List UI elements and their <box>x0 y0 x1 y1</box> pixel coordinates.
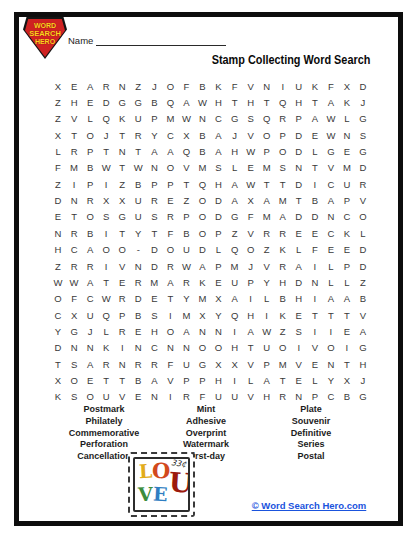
stamp-letter-u: U <box>168 468 190 497</box>
grid-cell: Y <box>210 307 226 323</box>
grid-cell: P <box>339 258 355 274</box>
grid-cell: V <box>355 192 371 208</box>
grid-cell: N <box>194 323 210 339</box>
grid-cell: Q <box>178 143 194 159</box>
grid-cell: V <box>243 356 259 372</box>
grid-cell: G <box>323 143 339 159</box>
grid-cell: O <box>162 78 178 94</box>
grid-cell: B <box>146 94 162 110</box>
grid-cell: U <box>227 389 243 405</box>
grid-cell: A <box>323 192 339 208</box>
grid-cell: N <box>146 389 162 405</box>
grid-cell: Y <box>130 225 146 241</box>
grid-cell: T <box>291 192 307 208</box>
grid-cell: T <box>98 274 114 290</box>
grid-cell: R <box>66 143 82 159</box>
grid-cell: S <box>98 209 114 225</box>
grid-cell: A <box>227 176 243 192</box>
grid-cell: H <box>259 389 275 405</box>
grid-cell: U <box>130 209 146 225</box>
grid-cell: W <box>243 176 259 192</box>
grid-cell: X <box>339 372 355 388</box>
grid-cell: O <box>210 340 226 356</box>
grid-cell: O <box>66 372 82 388</box>
grid-cell: U <box>130 111 146 127</box>
grid-cell: A <box>146 372 162 388</box>
grid-cell: R <box>114 291 130 307</box>
grid-cell: I <box>243 291 259 307</box>
grid-cell: I <box>307 323 323 339</box>
grid-cell: Y <box>178 291 194 307</box>
grid-cell: R <box>130 356 146 372</box>
grid-cell: P <box>146 176 162 192</box>
grid-cell: V <box>243 389 259 405</box>
grid-cell: Z <box>259 242 275 258</box>
grid-cell: I <box>275 78 291 94</box>
grid-cell: K <box>275 242 291 258</box>
grid-cell: M <box>178 307 194 323</box>
grid-cell: W <box>259 323 275 339</box>
grid-cell: H <box>210 94 226 110</box>
grid-cell: A <box>339 291 355 307</box>
grid-cell: V <box>66 111 82 127</box>
grid-cell: B <box>82 160 98 176</box>
grid-cell: G <box>355 111 371 127</box>
grid-cell: C <box>339 209 355 225</box>
grid-cell: I <box>339 340 355 356</box>
grid-cell: A <box>307 111 323 127</box>
grid-cell: X <box>114 192 130 208</box>
grid-cell: N <box>323 356 339 372</box>
grid-cell: O <box>82 127 98 143</box>
grid-cell: F <box>66 291 82 307</box>
grid-cell: A <box>146 143 162 159</box>
grid-cell: I <box>307 258 323 274</box>
grid-cell: Q <box>227 307 243 323</box>
grid-cell: J <box>82 323 98 339</box>
grid-cell: V <box>355 307 371 323</box>
grid-cell: L <box>355 225 371 241</box>
grid-cell: S <box>243 111 259 127</box>
grid-cell: E <box>307 225 323 241</box>
grid-cell: I <box>162 389 178 405</box>
grid-cell: C <box>50 307 66 323</box>
grid-cell: V <box>323 160 339 176</box>
grid-cell: E <box>291 372 307 388</box>
grid-cell: I <box>227 372 243 388</box>
grid-cell: Z <box>50 111 66 127</box>
grid-cell: S <box>146 307 162 323</box>
grid-cell: L <box>291 242 307 258</box>
grid-cell: G <box>130 94 146 110</box>
grid-cell: D <box>98 94 114 110</box>
grid-cell: I <box>98 258 114 274</box>
word-list-item: Plate <box>241 404 381 416</box>
grid-cell: C <box>323 176 339 192</box>
grid-cell: X <box>210 356 226 372</box>
grid-cell: A <box>323 94 339 110</box>
grid-cell: D <box>291 143 307 159</box>
grid-cell: K <box>210 78 226 94</box>
grid-cell: H <box>291 94 307 110</box>
grid-cell: R <box>66 258 82 274</box>
grid-cell: Z <box>275 323 291 339</box>
grid-cell: N <box>130 258 146 274</box>
grid-cell: A <box>227 291 243 307</box>
name-blank-line <box>96 35 226 46</box>
grid-cell: E <box>66 78 82 94</box>
grid-cell: P <box>114 307 130 323</box>
grid-cell: D <box>291 127 307 143</box>
grid-cell: K <box>50 389 66 405</box>
grid-cell: L <box>50 143 66 159</box>
grid-cell: T <box>114 160 130 176</box>
grid-cell: O <box>50 291 66 307</box>
grid-cell: K <box>114 111 130 127</box>
grid-cell: P <box>275 127 291 143</box>
grid-cell: W <box>194 94 210 110</box>
puzzle-title: Stamp Collecting Word Search <box>212 53 370 67</box>
word-search-hero-link[interactable]: © Word Search Hero.com <box>238 500 380 511</box>
grid-cell: X <box>178 127 194 143</box>
grid-cell: A <box>82 242 98 258</box>
grid-cell: T <box>114 127 130 143</box>
grid-cell: Q <box>98 111 114 127</box>
grid-cell: U <box>291 78 307 94</box>
grid-cell: Q <box>98 307 114 323</box>
grid-cell: S <box>146 209 162 225</box>
grid-cell: X <box>50 127 66 143</box>
grid-cell: H <box>275 274 291 290</box>
grid-cell: G <box>114 209 130 225</box>
grid-cell: R <box>259 225 275 241</box>
grid-cell: R <box>66 225 82 241</box>
grid-cell: V <box>291 356 307 372</box>
grid-cell: P <box>291 111 307 127</box>
grid-cell: I <box>162 307 178 323</box>
grid-cell: P <box>243 274 259 290</box>
grid-cell: F <box>243 209 259 225</box>
grid-cell: A <box>259 192 275 208</box>
grid-cell: E <box>114 274 130 290</box>
grid-cell: A <box>210 127 226 143</box>
grid-cell: J <box>146 78 162 94</box>
grid-cell: H <box>227 143 243 159</box>
grid-cell: W <box>50 274 66 290</box>
grid-cell: R <box>275 111 291 127</box>
grid-cell: A <box>82 356 98 372</box>
grid-cell: V <box>114 258 130 274</box>
grid-cell: V <box>162 372 178 388</box>
grid-cell: I <box>98 176 114 192</box>
grid-cell: A <box>323 291 339 307</box>
grid-cell: U <box>98 389 114 405</box>
grid-cell: B <box>194 78 210 94</box>
grid-cell: H <box>210 176 226 192</box>
grid-cell: H <box>227 340 243 356</box>
grid-cell: H <box>210 372 226 388</box>
grid-cell: G <box>66 323 82 339</box>
grid-cell: A <box>275 209 291 225</box>
grid-cell: O <box>194 340 210 356</box>
grid-cell: Y <box>146 127 162 143</box>
grid-cell: X <box>50 372 66 388</box>
grid-cell: R <box>130 274 146 290</box>
grid-cell: L <box>82 111 98 127</box>
grid-cell: N <box>210 323 226 339</box>
grid-cell: P <box>194 372 210 388</box>
grid-cell: R <box>178 274 194 290</box>
grid-cell: D <box>50 192 66 208</box>
grid-cell: F <box>307 242 323 258</box>
grid-cell: Y <box>323 372 339 388</box>
grid-cell: N <box>178 340 194 356</box>
grid-cell: O <box>323 340 339 356</box>
grid-cell: X <box>194 307 210 323</box>
grid-cell: K <box>339 225 355 241</box>
grid-cell: T <box>259 94 275 110</box>
grid-cell: C <box>162 127 178 143</box>
grid-cell: H <box>146 323 162 339</box>
grid-cell: J <box>355 372 371 388</box>
grid-cell: Z <box>50 258 66 274</box>
grid-cell: B <box>130 176 146 192</box>
grid-cell: D <box>355 78 371 94</box>
grid-cell: N <box>114 356 130 372</box>
grid-cell: O <box>98 242 114 258</box>
grid-cell: M <box>146 274 162 290</box>
grid-cell: T <box>323 307 339 323</box>
grid-cell: B <box>194 127 210 143</box>
grid-cell: E <box>339 143 355 159</box>
grid-cell: I <box>66 176 82 192</box>
grid-cell: D <box>146 258 162 274</box>
grid-cell: B <box>339 389 355 405</box>
grid-cell: A <box>243 323 259 339</box>
grid-cell: A <box>178 94 194 110</box>
grid-cell: N <box>66 192 82 208</box>
grid-cell: A <box>82 274 98 290</box>
grid-cell: P <box>259 143 275 159</box>
grid-cell: H <box>66 94 82 110</box>
grid-cell: Q <box>227 242 243 258</box>
grid-cell: B <box>178 225 194 241</box>
grid-cell: T <box>275 176 291 192</box>
grid-cell: K <box>194 274 210 290</box>
grid-cell: Y <box>50 323 66 339</box>
grid-cell: H <box>50 242 66 258</box>
grid-cell: E <box>130 323 146 339</box>
grid-cell: T <box>114 372 130 388</box>
grid-cell: M <box>259 160 275 176</box>
grid-cell: T <box>178 176 194 192</box>
word-list-column-3: PlateSouvenirDefinitiveSeriesPostal <box>241 404 381 463</box>
grid-cell: V <box>243 225 259 241</box>
grid-cell: X <box>50 78 66 94</box>
grid-cell: F <box>178 78 194 94</box>
grid-cell: A <box>210 143 226 159</box>
grid-cell: P <box>162 176 178 192</box>
grid-cell: S <box>275 160 291 176</box>
grid-cell: D <box>355 258 371 274</box>
grid-cell: C <box>146 340 162 356</box>
grid-cell: O <box>162 160 178 176</box>
grid-cell: N <box>291 160 307 176</box>
grid-cell: T <box>339 356 355 372</box>
grid-cell: T <box>227 94 243 110</box>
grid-cell: L <box>243 372 259 388</box>
grid-cell: E <box>210 274 226 290</box>
grid-cell: C <box>66 242 82 258</box>
grid-cell: W <box>130 160 146 176</box>
grid-cell: V <box>243 127 259 143</box>
grid-cell: R <box>162 209 178 225</box>
postage-stamp-illustration: L O 33¢ V E U <box>128 452 195 517</box>
grid-cell: P <box>210 258 226 274</box>
grid-cell: T <box>66 127 82 143</box>
grid-cell: J <box>227 127 243 143</box>
grid-cell: D <box>130 291 146 307</box>
grid-cell: E <box>339 323 355 339</box>
grid-cell: E <box>82 94 98 110</box>
grid-cell: R <box>275 258 291 274</box>
grid-cell: V <box>259 258 275 274</box>
grid-cell: Z <box>178 192 194 208</box>
logo-shield-icon: WORD SEARCH HERO <box>25 19 65 57</box>
grid-cell: O <box>82 209 98 225</box>
grid-cell: B <box>275 291 291 307</box>
grid-cell: A <box>162 274 178 290</box>
grid-cell: A <box>82 78 98 94</box>
grid-cell: O <box>243 242 259 258</box>
grid-cell: I <box>227 323 243 339</box>
grid-cell: A <box>259 372 275 388</box>
grid-cell: N <box>130 340 146 356</box>
grid-cell: X <box>66 307 82 323</box>
grid-cell: U <box>259 340 275 356</box>
grid-cell: B <box>194 143 210 159</box>
grid-cell: N <box>339 127 355 143</box>
grid-cell: N <box>114 78 130 94</box>
grid-cell: I <box>323 323 339 339</box>
grid-cell: M <box>194 291 210 307</box>
grid-cell: N <box>114 143 130 159</box>
grid-cell: O <box>259 127 275 143</box>
stamp-letter-o: O <box>152 460 171 482</box>
stamp-letter-e: E <box>153 485 168 505</box>
grid-cell: F <box>227 78 243 94</box>
grid-cell: P <box>178 209 194 225</box>
grid-cell: G <box>355 143 371 159</box>
grid-cell: N <box>307 274 323 290</box>
grid-cell: M <box>339 160 355 176</box>
grid-cell: P <box>82 143 98 159</box>
grid-cell: T <box>243 340 259 356</box>
grid-cell: R <box>178 389 194 405</box>
word-list-item: Souvenir <box>241 416 381 428</box>
grid-cell: E <box>50 209 66 225</box>
grid-cell: L <box>339 274 355 290</box>
worksheet-page: WORD SEARCH HERO Name Stamp Collecting W… <box>0 0 416 539</box>
grid-cell: E <box>307 356 323 372</box>
grid-cell: A <box>355 323 371 339</box>
grid-cell: E <box>339 242 355 258</box>
grid-cell: W <box>98 291 114 307</box>
grid-cell: U <box>339 176 355 192</box>
grid-cell: W <box>243 143 259 159</box>
grid-cell: R <box>162 258 178 274</box>
grid-cell: N <box>162 340 178 356</box>
grid-cell: O <box>114 242 130 258</box>
grid-cell: E <box>323 242 339 258</box>
grid-cell: P <box>259 356 275 372</box>
grid-cell: T <box>339 307 355 323</box>
grid-cell: P <box>146 111 162 127</box>
grid-cell: O <box>194 209 210 225</box>
grid-cell: L <box>307 372 323 388</box>
grid-cell: N <box>146 160 162 176</box>
grid-cell: I <box>307 291 323 307</box>
grid-cell: Z <box>50 176 66 192</box>
grid-cell: E <box>130 389 146 405</box>
grid-cell: R <box>275 389 291 405</box>
grid-cell: R <box>98 356 114 372</box>
grid-cell: U <box>178 242 194 258</box>
grid-cell: T <box>146 225 162 241</box>
grid-cell: B <box>82 225 98 241</box>
grid-cell: R <box>275 225 291 241</box>
grid-cell: S <box>355 127 371 143</box>
grid-cell: J <box>355 94 371 110</box>
grid-cell: M <box>275 356 291 372</box>
grid-cell: B <box>355 291 371 307</box>
grid-cell: E <box>291 225 307 241</box>
grid-cell: W <box>323 127 339 143</box>
grid-cell: E <box>162 192 178 208</box>
grid-cell: L <box>307 143 323 159</box>
grid-cell: O <box>275 143 291 159</box>
grid-cell: H <box>243 94 259 110</box>
grid-cell: P <box>339 192 355 208</box>
stamp-inner-frame: L O 33¢ V E U <box>133 457 190 512</box>
grid-cell: V <box>307 340 323 356</box>
grid-cell: E <box>146 291 162 307</box>
grid-cell: T <box>307 94 323 110</box>
grid-cell: K <box>339 94 355 110</box>
grid-cell: L <box>339 111 355 127</box>
grid-cell: T <box>307 307 323 323</box>
grid-cell: T <box>259 176 275 192</box>
grid-cell: B <box>130 372 146 388</box>
grid-cell: N <box>66 340 82 356</box>
grid-cell: Z <box>130 78 146 94</box>
grid-cell: E <box>82 372 98 388</box>
word-search-hero-logo: WORD SEARCH HERO <box>23 17 67 59</box>
grid-cell: T <box>307 160 323 176</box>
grid-cell: G <box>114 94 130 110</box>
grid-cell: D <box>291 274 307 290</box>
grid-cell: H <box>355 356 371 372</box>
grid-cell: N <box>50 225 66 241</box>
grid-cell: R <box>355 176 371 192</box>
grid-cell: D <box>146 242 162 258</box>
grid-cell: Z <box>50 94 66 110</box>
grid-cell: O <box>82 389 98 405</box>
grid-cell: P <box>178 372 194 388</box>
grid-cell: V <box>114 389 130 405</box>
grid-cell: I <box>98 225 114 241</box>
grid-cell: X <box>339 78 355 94</box>
